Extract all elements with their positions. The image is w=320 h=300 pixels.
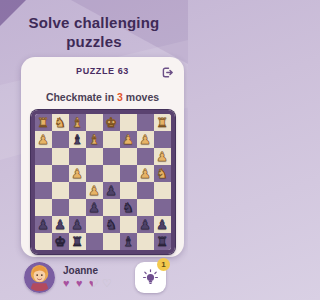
- square-a1[interactable]: [35, 233, 52, 250]
- square-c7[interactable]: ♝: [69, 131, 86, 148]
- black-pawn: ♟: [37, 216, 49, 233]
- square-g2[interactable]: ♟: [137, 216, 154, 233]
- hint-count-badge: 1: [157, 258, 170, 271]
- square-a8[interactable]: ♜: [35, 114, 52, 131]
- white-pawn: ♟: [139, 131, 151, 148]
- square-g7[interactable]: ♟: [137, 131, 154, 148]
- exit-puzzle-button[interactable]: [161, 65, 174, 78]
- square-b1[interactable]: ♚: [52, 233, 69, 250]
- avatar-illustration: [24, 262, 55, 293]
- square-a4[interactable]: [35, 182, 52, 199]
- square-e7[interactable]: [103, 131, 120, 148]
- square-g1[interactable]: [137, 233, 154, 250]
- square-h4[interactable]: [154, 182, 171, 199]
- white-pawn: ♟: [88, 182, 100, 199]
- square-g8[interactable]: [137, 114, 154, 131]
- square-h6[interactable]: ♟: [154, 148, 171, 165]
- black-pawn: ♟: [54, 216, 66, 233]
- white-knight: ♞: [54, 114, 66, 131]
- lightbulb-icon: [142, 269, 159, 286]
- square-c5[interactable]: ♟: [69, 165, 86, 182]
- logout-door-arrow-icon: [161, 66, 174, 79]
- white-pawn: ♟: [139, 165, 151, 182]
- goal-suffix: moves: [123, 91, 159, 103]
- black-knight: ♞: [105, 216, 117, 233]
- square-b8[interactable]: ♞: [52, 114, 69, 131]
- square-a7[interactable]: ♟: [35, 131, 52, 148]
- square-c4[interactable]: [69, 182, 86, 199]
- player-info: Joanne ♥♥♡♥♡: [63, 265, 135, 289]
- square-b4[interactable]: [52, 182, 69, 199]
- black-rook: ♜: [71, 233, 83, 250]
- square-h3[interactable]: [154, 199, 171, 216]
- goal-prefix: Checkmate in: [46, 91, 117, 103]
- square-b7[interactable]: [52, 131, 69, 148]
- white-knight: ♞: [156, 165, 168, 182]
- square-h5[interactable]: ♞: [154, 165, 171, 182]
- white-rook: ♜: [37, 114, 49, 131]
- square-e8[interactable]: ♚: [103, 114, 120, 131]
- square-g4[interactable]: [137, 182, 154, 199]
- white-pawn: ♟: [122, 131, 134, 148]
- white-bishop: ♝: [71, 114, 83, 131]
- black-rook: ♜: [156, 233, 168, 250]
- heart-empty: ♡: [102, 278, 114, 289]
- square-f3[interactable]: ♞: [120, 199, 137, 216]
- square-d4[interactable]: ♟: [86, 182, 103, 199]
- square-e2[interactable]: ♞: [103, 216, 120, 233]
- square-f1[interactable]: ♝: [120, 233, 137, 250]
- square-c1[interactable]: ♜: [69, 233, 86, 250]
- white-pawn: ♟: [71, 165, 83, 182]
- black-pawn: ♟: [105, 182, 117, 199]
- black-pawn: ♟: [88, 199, 100, 216]
- square-h8[interactable]: ♜: [154, 114, 171, 131]
- player-bar: Joanne ♥♥♡♥♡ 1: [24, 260, 166, 294]
- square-d8[interactable]: [86, 114, 103, 131]
- puzzle-number-label: PUZZLE 63: [21, 66, 184, 76]
- square-f7[interactable]: ♟: [120, 131, 137, 148]
- square-d6[interactable]: [86, 148, 103, 165]
- puzzle-card-header: PUZZLE 63: [21, 57, 184, 88]
- square-a3[interactable]: [35, 199, 52, 216]
- square-d1[interactable]: [86, 233, 103, 250]
- square-a6[interactable]: [35, 148, 52, 165]
- square-d5[interactable]: [86, 165, 103, 182]
- square-a2[interactable]: ♟: [35, 216, 52, 233]
- square-c6[interactable]: [69, 148, 86, 165]
- square-d2[interactable]: [86, 216, 103, 233]
- square-d3[interactable]: ♟: [86, 199, 103, 216]
- square-h1[interactable]: ♜: [154, 233, 171, 250]
- square-g6[interactable]: [137, 148, 154, 165]
- heart-full: ♥: [63, 278, 75, 289]
- square-b5[interactable]: [52, 165, 69, 182]
- white-king: ♚: [105, 114, 117, 131]
- square-e5[interactable]: [103, 165, 120, 182]
- square-f4[interactable]: [120, 182, 137, 199]
- square-e1[interactable]: [103, 233, 120, 250]
- square-f8[interactable]: [120, 114, 137, 131]
- square-c3[interactable]: [69, 199, 86, 216]
- square-b6[interactable]: [52, 148, 69, 165]
- heart-full: ♥: [76, 278, 88, 289]
- square-b2[interactable]: ♟: [52, 216, 69, 233]
- square-f5[interactable]: [120, 165, 137, 182]
- puzzle-card: PUZZLE 63 Checkmate in 3 moves ♜♞♝♚♜♟♝♝♟…: [21, 57, 184, 257]
- black-bishop: ♝: [122, 233, 134, 250]
- lives-hearts: ♥♥♡♥♡: [63, 278, 135, 289]
- white-pawn: ♟: [37, 131, 49, 148]
- puzzle-goal-text: Checkmate in 3 moves: [21, 91, 184, 103]
- black-pawn: ♟: [71, 216, 83, 233]
- black-pawn: ♟: [156, 216, 168, 233]
- square-d7[interactable]: ♝: [86, 131, 103, 148]
- square-b3[interactable]: [52, 199, 69, 216]
- hint-button[interactable]: 1: [135, 262, 166, 293]
- chess-board: ♜♞♝♚♜♟♝♝♟♟♟♟♟♞♟♟♟♞♟♟♟♞♟♟♚♜♝♜: [35, 114, 171, 250]
- square-e3[interactable]: [103, 199, 120, 216]
- white-pawn: ♟: [156, 148, 168, 165]
- page-title-line1: Solve challenging: [8, 13, 180, 32]
- square-h7[interactable]: [154, 131, 171, 148]
- square-g3[interactable]: [137, 199, 154, 216]
- player-avatar[interactable]: [24, 262, 55, 293]
- black-pawn: ♟: [139, 216, 151, 233]
- page-title-line2: puzzles: [8, 32, 180, 51]
- square-e4[interactable]: ♟: [103, 182, 120, 199]
- white-rook: ♜: [156, 114, 168, 131]
- page-title: Solve challenging puzzles: [8, 13, 180, 51]
- heart-half: ♡♥: [89, 278, 101, 289]
- square-c2[interactable]: ♟: [69, 216, 86, 233]
- square-g5[interactable]: ♟: [137, 165, 154, 182]
- square-f2[interactable]: [120, 216, 137, 233]
- player-name: Joanne: [63, 265, 135, 276]
- square-h2[interactable]: ♟: [154, 216, 171, 233]
- square-e6[interactable]: [103, 148, 120, 165]
- white-bishop: ♝: [88, 131, 100, 148]
- black-king: ♚: [54, 233, 66, 250]
- square-f6[interactable]: [120, 148, 137, 165]
- board-frame: ♜♞♝♚♜♟♝♝♟♟♟♟♟♞♟♟♟♞♟♟♟♞♟♟♚♜♝♜: [31, 110, 175, 254]
- black-bishop: ♝: [71, 131, 83, 148]
- black-knight: ♞: [122, 199, 134, 216]
- square-c8[interactable]: ♝: [69, 114, 86, 131]
- square-a5[interactable]: [35, 165, 52, 182]
